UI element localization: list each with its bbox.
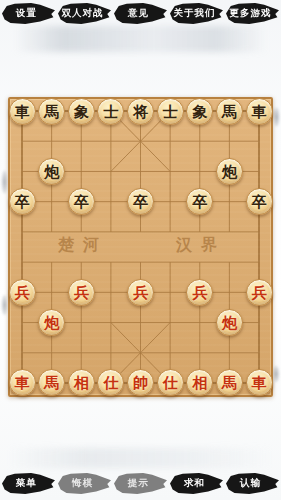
piece-red-r9c1[interactable]: 馬 — [38, 369, 65, 396]
undo-move-button-label: 悔棋 — [72, 477, 93, 490]
piece-red-r9c8[interactable]: 車 — [246, 369, 273, 396]
piece-red-r9c3[interactable]: 仕 — [97, 369, 124, 396]
piece-red-r9c0[interactable]: 車 — [9, 369, 36, 396]
offer-draw-button-label: 求和 — [184, 477, 205, 490]
piece-black-r3c2[interactable]: 卒 — [68, 188, 95, 215]
piece-red-r6c6[interactable]: 兵 — [186, 279, 213, 306]
hint-button-label: 提示 — [128, 477, 149, 490]
feedback-button-label: 意见 — [128, 7, 149, 20]
resign-button-label: 认输 — [240, 477, 261, 490]
xiangqi-board[interactable]: 楚河 汉界 車馬象士将士象馬車炮炮卒卒卒卒卒兵兵兵兵兵炮炮車馬相仕帥仕相馬車 — [8, 97, 273, 397]
piece-red-r9c5[interactable]: 仕 — [157, 369, 184, 396]
piece-red-r6c2[interactable]: 兵 — [68, 279, 95, 306]
piece-black-r0c7[interactable]: 馬 — [216, 98, 243, 125]
about-us-button-label: 关于我们 — [174, 7, 216, 20]
hint-button[interactable]: 提示 — [114, 473, 167, 494]
menu-button[interactable]: 菜单 — [2, 473, 55, 494]
resign-button[interactable]: 认输 — [226, 473, 279, 494]
ink-wash-texture-top — [14, 26, 267, 52]
piece-black-r2c1[interactable]: 炮 — [38, 158, 65, 185]
piece-red-r6c0[interactable]: 兵 — [9, 279, 36, 306]
piece-red-r6c8[interactable]: 兵 — [246, 279, 273, 306]
piece-black-r2c7[interactable]: 炮 — [216, 158, 243, 185]
piece-black-r3c0[interactable]: 卒 — [9, 188, 36, 215]
feedback-button[interactable]: 意见 — [114, 3, 167, 24]
top-toolbar: 设置 双人对战 意见 关于我们 更多游戏 — [0, 3, 281, 24]
piece-black-r3c4[interactable]: 卒 — [127, 188, 154, 215]
piece-black-r0c2[interactable]: 象 — [68, 98, 95, 125]
app-screen: 设置 双人对战 意见 关于我们 更多游戏 楚河 汉界 車馬象士将士象馬車炮炮卒卒… — [0, 0, 281, 500]
piece-red-r7c7[interactable]: 炮 — [216, 309, 243, 336]
piece-black-r3c6[interactable]: 卒 — [186, 188, 213, 215]
offer-draw-button[interactable]: 求和 — [170, 473, 223, 494]
piece-red-r7c1[interactable]: 炮 — [38, 309, 65, 336]
piece-red-r9c4[interactable]: 帥 — [127, 369, 154, 396]
settings-button[interactable]: 设置 — [2, 3, 55, 24]
piece-black-r0c4[interactable]: 将 — [127, 98, 154, 125]
piece-red-r6c4[interactable]: 兵 — [127, 279, 154, 306]
piece-black-r0c1[interactable]: 馬 — [38, 98, 65, 125]
piece-black-r3c8[interactable]: 卒 — [246, 188, 273, 215]
piece-red-r9c7[interactable]: 馬 — [216, 369, 243, 396]
piece-black-r0c3[interactable]: 士 — [97, 98, 124, 125]
undo-move-button[interactable]: 悔棋 — [58, 473, 111, 494]
menu-button-label: 菜单 — [16, 477, 37, 490]
board-grid: 車馬象士将士象馬車炮炮卒卒卒卒卒兵兵兵兵兵炮炮車馬相仕帥仕相馬車 — [7, 96, 274, 398]
piece-black-r0c8[interactable]: 車 — [246, 98, 273, 125]
bottom-toolbar: 菜单 悔棋 提示 求和 认输 — [0, 473, 281, 494]
settings-button-label: 设置 — [16, 7, 37, 20]
two-player-mode-button[interactable]: 双人对战 — [58, 3, 111, 24]
piece-black-r0c6[interactable]: 象 — [186, 98, 213, 125]
piece-red-r9c6[interactable]: 相 — [186, 369, 213, 396]
ink-wash-texture-bottom — [6, 448, 275, 468]
about-us-button[interactable]: 关于我们 — [170, 3, 223, 24]
piece-black-r0c0[interactable]: 車 — [9, 98, 36, 125]
more-games-button-label: 更多游戏 — [230, 7, 272, 20]
two-player-mode-button-label: 双人对战 — [62, 7, 104, 20]
piece-black-r0c5[interactable]: 士 — [157, 98, 184, 125]
piece-red-r9c2[interactable]: 相 — [68, 369, 95, 396]
more-games-button[interactable]: 更多游戏 — [226, 3, 279, 24]
